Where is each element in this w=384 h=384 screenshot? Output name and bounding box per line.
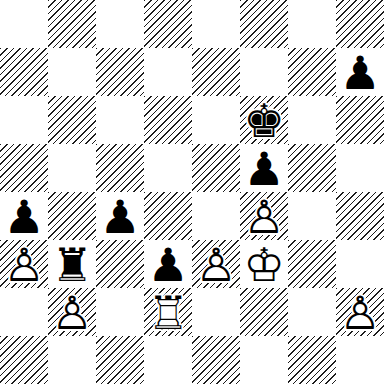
- white-pawn-icon: ♙: [336, 288, 384, 336]
- square-g2[interactable]: [288, 288, 336, 336]
- square-c5[interactable]: [96, 144, 144, 192]
- square-c1[interactable]: [96, 336, 144, 384]
- square-a7[interactable]: [0, 48, 48, 96]
- square-b3[interactable]: ♜♜: [48, 240, 96, 288]
- piece-white-pawn: ♟♙: [192, 240, 240, 288]
- square-a5[interactable]: [0, 144, 48, 192]
- square-d5[interactable]: [144, 144, 192, 192]
- square-g1[interactable]: [288, 336, 336, 384]
- square-c6[interactable]: [96, 96, 144, 144]
- square-c4[interactable]: ♟♟: [96, 192, 144, 240]
- white-pawn-icon: ♙: [0, 240, 48, 288]
- square-a1[interactable]: [0, 336, 48, 384]
- square-d3[interactable]: ♟♟: [144, 240, 192, 288]
- square-g7[interactable]: [288, 48, 336, 96]
- square-b8[interactable]: [48, 0, 96, 48]
- square-e2[interactable]: [192, 288, 240, 336]
- square-g5[interactable]: [288, 144, 336, 192]
- white-pawn-icon: ♙: [48, 288, 96, 336]
- white-pawn-icon: ♙: [240, 192, 288, 240]
- square-g4[interactable]: [288, 192, 336, 240]
- black-pawn-icon: ♟: [0, 192, 48, 240]
- square-h6[interactable]: [336, 96, 384, 144]
- square-e6[interactable]: [192, 96, 240, 144]
- white-king-icon: ♔: [240, 240, 288, 288]
- black-pawn-icon: ♟: [96, 192, 144, 240]
- square-e3[interactable]: ♟♙: [192, 240, 240, 288]
- white-rook-icon: ♖: [144, 288, 192, 336]
- square-e5[interactable]: [192, 144, 240, 192]
- square-h8[interactable]: [336, 0, 384, 48]
- square-a8[interactable]: [0, 0, 48, 48]
- square-d8[interactable]: [144, 0, 192, 48]
- square-h7[interactable]: ♟♟: [336, 48, 384, 96]
- square-b2[interactable]: ♟♙: [48, 288, 96, 336]
- square-h2[interactable]: ♟♙: [336, 288, 384, 336]
- square-g8[interactable]: [288, 0, 336, 48]
- piece-white-pawn: ♟♙: [336, 288, 384, 336]
- square-a2[interactable]: [0, 288, 48, 336]
- piece-white-pawn: ♟♙: [48, 288, 96, 336]
- square-e1[interactable]: [192, 336, 240, 384]
- square-e4[interactable]: [192, 192, 240, 240]
- white-pawn-icon: ♙: [192, 240, 240, 288]
- black-pawn-icon: ♟: [144, 240, 192, 288]
- square-a4[interactable]: ♟♟: [0, 192, 48, 240]
- black-pawn-icon: ♟: [240, 144, 288, 192]
- square-f4[interactable]: ♟♙: [240, 192, 288, 240]
- piece-black-pawn: ♟♟: [0, 192, 48, 240]
- black-rook-icon: ♜: [48, 240, 96, 288]
- square-d6[interactable]: [144, 96, 192, 144]
- square-a6[interactable]: [0, 96, 48, 144]
- square-f6[interactable]: ♚♚: [240, 96, 288, 144]
- square-h3[interactable]: [336, 240, 384, 288]
- square-b4[interactable]: [48, 192, 96, 240]
- piece-white-pawn: ♟♙: [240, 192, 288, 240]
- square-d1[interactable]: [144, 336, 192, 384]
- piece-white-rook: ♜♖: [144, 288, 192, 336]
- piece-white-pawn: ♟♙: [0, 240, 48, 288]
- black-pawn-icon: ♟: [336, 48, 384, 96]
- square-h4[interactable]: [336, 192, 384, 240]
- piece-black-rook: ♜♜: [48, 240, 96, 288]
- square-e7[interactable]: [192, 48, 240, 96]
- chess-board: ♟♟♚♚♟♟♟♟♟♟♟♙♟♙♜♜♟♟♟♙♚♔♟♙♜♖♟♙: [0, 0, 384, 384]
- square-f8[interactable]: [240, 0, 288, 48]
- square-b6[interactable]: [48, 96, 96, 144]
- black-king-icon: ♚: [240, 96, 288, 144]
- square-b7[interactable]: [48, 48, 96, 96]
- piece-white-king: ♚♔: [240, 240, 288, 288]
- square-d2[interactable]: ♜♖: [144, 288, 192, 336]
- square-c3[interactable]: [96, 240, 144, 288]
- piece-black-pawn: ♟♟: [336, 48, 384, 96]
- square-c7[interactable]: [96, 48, 144, 96]
- piece-black-king: ♚♚: [240, 96, 288, 144]
- square-g6[interactable]: [288, 96, 336, 144]
- square-d4[interactable]: [144, 192, 192, 240]
- piece-black-pawn: ♟♟: [96, 192, 144, 240]
- square-g3[interactable]: [288, 240, 336, 288]
- square-f3[interactable]: ♚♔: [240, 240, 288, 288]
- piece-black-pawn: ♟♟: [240, 144, 288, 192]
- square-c8[interactable]: [96, 0, 144, 48]
- square-f1[interactable]: [240, 336, 288, 384]
- piece-black-pawn: ♟♟: [144, 240, 192, 288]
- square-b5[interactable]: [48, 144, 96, 192]
- square-a3[interactable]: ♟♙: [0, 240, 48, 288]
- square-b1[interactable]: [48, 336, 96, 384]
- square-d7[interactable]: [144, 48, 192, 96]
- square-h1[interactable]: [336, 336, 384, 384]
- square-f2[interactable]: [240, 288, 288, 336]
- square-e8[interactable]: [192, 0, 240, 48]
- square-c2[interactable]: [96, 288, 144, 336]
- square-f7[interactable]: [240, 48, 288, 96]
- square-h5[interactable]: [336, 144, 384, 192]
- square-f5[interactable]: ♟♟: [240, 144, 288, 192]
